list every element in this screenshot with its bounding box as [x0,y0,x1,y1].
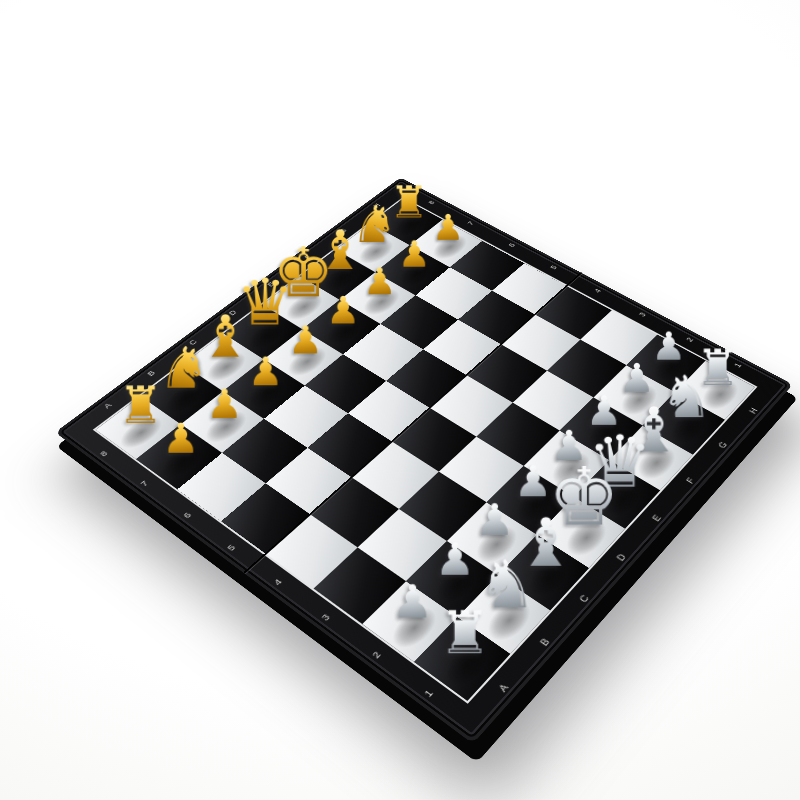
board-grid: ♜♞♝♛♚♝♞♜♟♟♟♟♟♟♟♟♟♟♟♟♟♟♟♟♜♞♝♚♛♝♞♜ [93,197,758,704]
product-photo-scene: ABCDEFGH ABCDEFGH 87654321 87654321 ♜♞♝♛… [0,0,800,800]
piece-gold-pawn-f7[interactable]: ♟ [363,265,396,299]
piece-silver-pawn-d2[interactable]: ♟ [514,462,552,501]
piece-gold-pawn-g7[interactable]: ♟ [399,238,432,271]
piece-silver-rook-a1[interactable]: ♜ [439,606,492,660]
piece-silver-pawn-c2[interactable]: ♟ [475,500,514,540]
chess-board: ABCDEFGH ABCDEFGH 87654321 87654321 ♜♞♝♛… [55,177,793,743]
page-background: ABCDEFGH ABCDEFGH 87654321 87654321 ♜♞♝♛… [0,0,800,800]
piece-gold-pawn-a7[interactable]: ♟ [163,420,200,458]
piece-gold-rook-a8[interactable]: ♜ [118,382,163,429]
piece-gold-pawn-e7[interactable]: ♟ [327,293,361,328]
piece-silver-pawn-h2[interactable]: ♟ [651,329,686,365]
piece-gold-pawn-c7[interactable]: ♟ [248,354,283,390]
piece-gold-pawn-d7[interactable]: ♟ [288,323,323,359]
piece-gold-knight-b8[interactable]: ♞ [158,342,210,395]
piece-gold-pawn-h7[interactable]: ♟ [432,212,464,245]
piece-silver-pawn-a2[interactable]: ♟ [392,581,433,623]
board-tilt-wrapper: ABCDEFGH ABCDEFGH 87654321 87654321 ♜♞♝♛… [55,177,793,743]
piece-gold-pawn-b7[interactable]: ♟ [207,386,243,423]
piece-silver-pawn-b2[interactable]: ♟ [435,539,475,580]
piece-silver-pawn-g2[interactable]: ♟ [619,360,655,397]
